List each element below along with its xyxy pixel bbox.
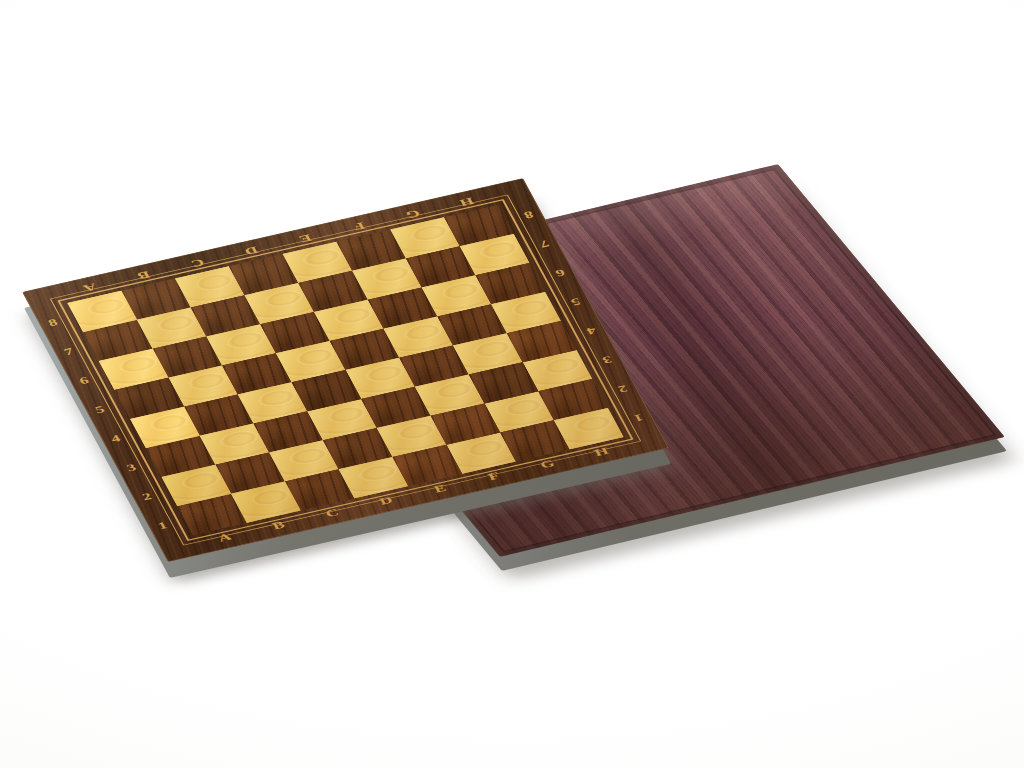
rank-label-right-4: 4: [584, 324, 598, 336]
rank-label-left-6: 6: [77, 374, 91, 386]
rank-label-right-8: 8: [521, 208, 535, 220]
rank-label-right-1: 1: [631, 411, 645, 423]
rank-label-left-2: 2: [140, 490, 154, 502]
product-photo-scene: ABCDEFGHABCDEFGH8765432187654321: [0, 0, 1024, 768]
rank-label-left-8: 8: [46, 316, 60, 328]
rank-label-right-5: 5: [568, 295, 582, 307]
rank-label-right-7: 7: [537, 237, 551, 249]
rank-label-right-2: 2: [615, 382, 629, 394]
rank-label-left-7: 7: [62, 345, 76, 357]
rank-label-left-1: 1: [156, 519, 170, 531]
rank-label-right-6: 6: [553, 266, 567, 278]
rank-label-right-3: 3: [600, 353, 614, 365]
rank-label-left-5: 5: [93, 403, 107, 415]
rank-label-left-4: 4: [109, 432, 123, 444]
rank-label-left-3: 3: [124, 461, 138, 473]
